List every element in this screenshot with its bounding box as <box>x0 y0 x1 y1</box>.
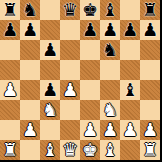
square-e3[interactable] <box>80 100 100 120</box>
square-a6[interactable] <box>0 40 20 60</box>
square-g6[interactable] <box>120 40 140 60</box>
white-knight-f3[interactable]: ♞ <box>100 100 120 120</box>
square-c6[interactable]: ♟ <box>40 40 60 60</box>
square-g7[interactable]: ♟ <box>120 20 140 40</box>
square-f1[interactable]: ♝ <box>100 140 120 160</box>
square-d2[interactable] <box>60 120 80 140</box>
white-knight-c3[interactable]: ♞ <box>40 100 60 120</box>
black-pawn-g7[interactable]: ♟ <box>120 20 140 40</box>
square-d1[interactable]: ♛ <box>60 140 80 160</box>
square-b5[interactable] <box>20 60 40 80</box>
square-e4[interactable] <box>80 80 100 100</box>
square-c3[interactable]: ♞ <box>40 100 60 120</box>
square-e7[interactable]: ♟ <box>80 20 100 40</box>
square-e6[interactable] <box>80 40 100 60</box>
square-f8[interactable]: ♝ <box>100 0 120 20</box>
square-f6[interactable]: ♞ <box>100 40 120 60</box>
white-rook-h1[interactable]: ♜ <box>140 140 160 160</box>
square-e2[interactable]: ♟ <box>80 120 100 140</box>
black-king-e8[interactable]: ♚ <box>80 0 100 20</box>
square-f2[interactable]: ♟ <box>100 120 120 140</box>
black-pawn-f7[interactable]: ♟ <box>100 20 120 40</box>
square-a8[interactable]: ♜ <box>0 0 20 20</box>
square-g3[interactable] <box>120 100 140 120</box>
square-h8[interactable]: ♜ <box>140 0 160 20</box>
square-d5[interactable] <box>60 60 80 80</box>
square-f5[interactable] <box>100 60 120 80</box>
square-g2[interactable]: ♟ <box>120 120 140 140</box>
board-area: ♜♞♛♚♝♜♟♟♟♟♟♟♟♞♟♟♟♝♞♞♟♟♟♟♟♜♝♛♚♝♜ <box>0 0 162 162</box>
square-d7[interactable] <box>60 20 80 40</box>
white-king-e1[interactable]: ♚ <box>80 140 100 160</box>
square-c1[interactable]: ♝ <box>40 140 60 160</box>
square-a4[interactable]: ♟ <box>0 80 20 100</box>
square-c7[interactable] <box>40 20 60 40</box>
square-g1[interactable] <box>120 140 140 160</box>
black-pawn-a7[interactable]: ♟ <box>0 20 20 40</box>
black-pawn-e7[interactable]: ♟ <box>80 20 100 40</box>
square-h3[interactable] <box>140 100 160 120</box>
square-b3[interactable] <box>20 100 40 120</box>
white-queen-d1[interactable]: ♛ <box>60 140 80 160</box>
white-pawn-d4[interactable]: ♟ <box>60 80 80 100</box>
square-b8[interactable]: ♞ <box>20 0 40 20</box>
square-h1[interactable]: ♜ <box>140 140 160 160</box>
square-h5[interactable] <box>140 60 160 80</box>
square-h6[interactable] <box>140 40 160 60</box>
black-rook-a8[interactable]: ♜ <box>0 0 20 20</box>
square-f3[interactable]: ♞ <box>100 100 120 120</box>
white-pawn-e2[interactable]: ♟ <box>80 120 100 140</box>
square-d8[interactable]: ♛ <box>60 0 80 20</box>
square-g4[interactable]: ♝ <box>120 80 140 100</box>
square-b1[interactable] <box>20 140 40 160</box>
square-a5[interactable] <box>0 60 20 80</box>
black-pawn-b7[interactable]: ♟ <box>20 20 40 40</box>
black-pawn-c6[interactable]: ♟ <box>40 40 60 60</box>
square-h4[interactable] <box>140 80 160 100</box>
white-bishop-f1[interactable]: ♝ <box>100 140 120 160</box>
square-f4[interactable] <box>100 80 120 100</box>
square-a1[interactable]: ♜ <box>0 140 20 160</box>
black-knight-b8[interactable]: ♞ <box>20 0 40 20</box>
white-pawn-f2[interactable]: ♟ <box>100 120 120 140</box>
white-pawn-b2[interactable]: ♟ <box>20 120 40 140</box>
black-queen-d8[interactable]: ♛ <box>60 0 80 20</box>
square-c4[interactable]: ♟ <box>40 80 60 100</box>
black-bishop-g4[interactable]: ♝ <box>120 80 140 100</box>
square-h2[interactable]: ♟ <box>140 120 160 140</box>
square-d6[interactable] <box>60 40 80 60</box>
square-d4[interactable]: ♟ <box>60 80 80 100</box>
square-b6[interactable] <box>20 40 40 60</box>
white-rook-a1[interactable]: ♜ <box>0 140 20 160</box>
square-f7[interactable]: ♟ <box>100 20 120 40</box>
black-pawn-h7[interactable]: ♟ <box>140 20 160 40</box>
white-bishop-c1[interactable]: ♝ <box>40 140 60 160</box>
square-b2[interactable]: ♟ <box>20 120 40 140</box>
black-rook-h8[interactable]: ♜ <box>140 0 160 20</box>
square-b7[interactable]: ♟ <box>20 20 40 40</box>
black-pawn-c4[interactable]: ♟ <box>40 80 60 100</box>
square-e8[interactable]: ♚ <box>80 0 100 20</box>
square-h7[interactable]: ♟ <box>140 20 160 40</box>
white-pawn-g2[interactable]: ♟ <box>120 120 140 140</box>
square-a2[interactable] <box>0 120 20 140</box>
square-d3[interactable] <box>60 100 80 120</box>
square-g5[interactable] <box>120 60 140 80</box>
chess-board: ♜♞♛♚♝♜♟♟♟♟♟♟♟♞♟♟♟♝♞♞♟♟♟♟♟♜♝♛♚♝♜ <box>0 0 162 162</box>
square-c2[interactable] <box>40 120 60 140</box>
square-a7[interactable]: ♟ <box>0 20 20 40</box>
square-g8[interactable] <box>120 0 140 20</box>
white-pawn-h2[interactable]: ♟ <box>140 120 160 140</box>
square-e5[interactable] <box>80 60 100 80</box>
black-knight-f6[interactable]: ♞ <box>100 40 120 60</box>
square-c8[interactable] <box>40 0 60 20</box>
white-pawn-a4[interactable]: ♟ <box>0 80 20 100</box>
black-bishop-f8[interactable]: ♝ <box>100 0 120 20</box>
square-a3[interactable] <box>0 100 20 120</box>
square-c5[interactable] <box>40 60 60 80</box>
square-e1[interactable]: ♚ <box>80 140 100 160</box>
square-b4[interactable] <box>20 80 40 100</box>
